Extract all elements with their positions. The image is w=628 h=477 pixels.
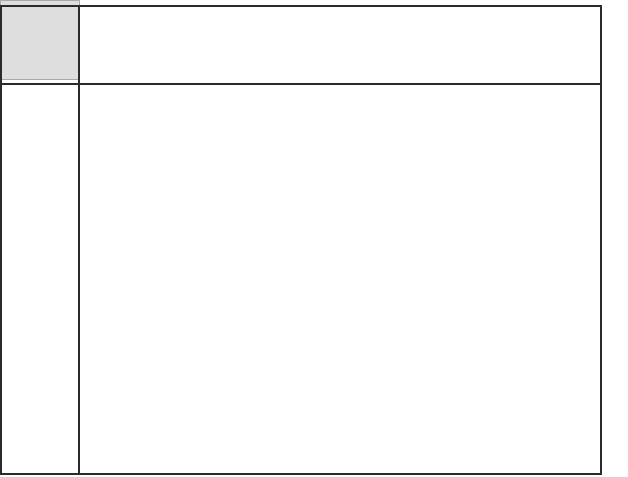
nonogram-board — [80, 85, 600, 475]
row-clues — [0, 85, 80, 475]
column-clues — [80, 7, 600, 85]
nonogram-puzzle-page — [0, 0, 628, 477]
watermark-corner — [0, 0, 80, 80]
